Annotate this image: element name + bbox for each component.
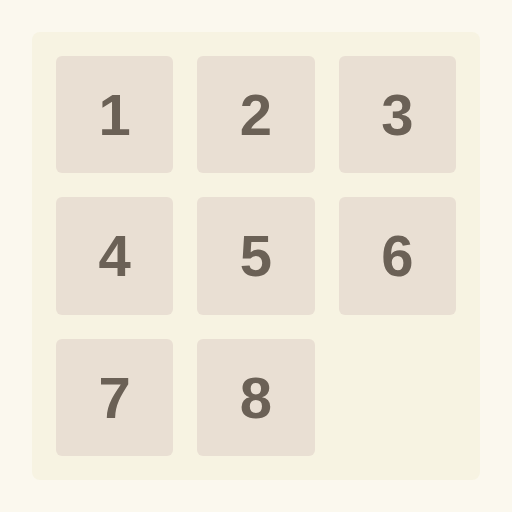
tile-8[interactable]: 8: [197, 339, 314, 456]
empty-cell: [339, 339, 456, 456]
tile-7[interactable]: 7: [56, 339, 173, 456]
page-background: 1 2 3 4 5 6 7 8: [0, 0, 512, 512]
tile-1[interactable]: 1: [56, 56, 173, 173]
tile-5[interactable]: 5: [197, 197, 314, 314]
tile-6[interactable]: 6: [339, 197, 456, 314]
tile-4[interactable]: 4: [56, 197, 173, 314]
tile-2[interactable]: 2: [197, 56, 314, 173]
tile-3[interactable]: 3: [339, 56, 456, 173]
puzzle-board: 1 2 3 4 5 6 7 8: [32, 32, 480, 480]
